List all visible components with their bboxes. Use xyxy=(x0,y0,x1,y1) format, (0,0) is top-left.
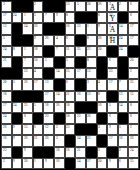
black-cell xyxy=(43,68,54,79)
black-cell xyxy=(54,23,65,34)
grid-cell[interactable]: 2 xyxy=(1,158,12,169)
cell-number: 9 xyxy=(98,24,100,27)
cell-number: 5 xyxy=(109,103,111,106)
cell-number: 5 xyxy=(45,58,47,61)
cell-number: 6 xyxy=(66,80,68,83)
black-cell xyxy=(33,113,44,124)
cell-number: 23 xyxy=(87,136,90,139)
grid-cell[interactable]: 8 xyxy=(86,57,97,68)
grid-cell[interactable]: 13 xyxy=(118,91,129,102)
cell-number: 7 xyxy=(24,58,26,61)
cell-number: 17 xyxy=(45,92,48,95)
grid-cell[interactable]: 6 xyxy=(65,79,76,90)
grid-cell[interactable]: 3 xyxy=(97,147,108,158)
cell-number: 6 xyxy=(66,36,68,39)
grid-cell[interactable]: 4 xyxy=(54,35,65,46)
grid-cell[interactable]: 16 xyxy=(118,135,129,146)
cell-number: 21 xyxy=(77,148,80,151)
grid-cell[interactable]: 23 xyxy=(86,135,97,146)
grid-cell[interactable]: 26 xyxy=(22,135,33,146)
black-cell xyxy=(12,35,23,46)
grid-cell[interactable]: 16H xyxy=(107,35,118,46)
grid-cell[interactable]: 9 xyxy=(107,124,118,135)
cell-number: 16 xyxy=(66,24,69,27)
grid-cell[interactable]: 6 xyxy=(97,12,108,23)
grid-cell[interactable]: 5 xyxy=(33,102,44,113)
cell-number: 23 xyxy=(77,114,80,117)
cell-number: 26 xyxy=(56,103,59,106)
black-cell xyxy=(97,68,108,79)
cell-number: 25 xyxy=(24,103,27,106)
grid-cell[interactable]: 7 xyxy=(118,79,129,90)
cell-number: 13 xyxy=(119,92,122,95)
grid-cell[interactable]: 17 xyxy=(43,91,54,102)
black-cell xyxy=(86,124,97,135)
grid-cell[interactable]: 24 xyxy=(118,35,129,46)
grid-cell[interactable]: 14 xyxy=(118,23,129,34)
grid-cell[interactable]: 26 xyxy=(1,124,12,135)
grid-cell[interactable]: 26 xyxy=(86,113,97,124)
cell-number: 8 xyxy=(130,114,132,117)
grid-cell[interactable]: 11 xyxy=(65,46,76,57)
black-cell xyxy=(43,1,54,12)
cell-number: 9 xyxy=(109,159,111,162)
grid-cell[interactable]: 14 xyxy=(54,91,65,102)
grid-cell[interactable]: 26 xyxy=(54,102,65,113)
cell-number: 5 xyxy=(34,13,36,16)
cell-number: 4 xyxy=(34,69,36,72)
cell-number: 1 xyxy=(24,13,26,16)
cell-number: 24 xyxy=(13,103,16,106)
grid-cell[interactable]: 21 xyxy=(75,147,86,158)
cell-number: 23 xyxy=(24,69,27,72)
grid-cell[interactable]: 6 xyxy=(118,158,129,169)
cell-number: 26 xyxy=(3,125,6,128)
cell-number: 24 xyxy=(24,24,27,27)
grid-cell[interactable]: 25 xyxy=(22,102,33,113)
grid-cell[interactable]: 23 xyxy=(75,23,86,34)
cell-number: 24 xyxy=(3,114,6,117)
cell-number: 12 xyxy=(45,125,48,128)
cell-number: 26 xyxy=(24,136,27,139)
grid-cell[interactable]: 8 xyxy=(128,102,139,113)
grid-cell[interactable]: 9 xyxy=(107,158,118,169)
black-cell xyxy=(54,1,65,12)
cell-number: 4 xyxy=(98,80,100,83)
grid-cell[interactable]: 13 xyxy=(86,68,97,79)
cell-number: 24 xyxy=(119,47,122,50)
grid-cell[interactable]: 23 xyxy=(65,124,76,135)
cell-number: 6 xyxy=(130,2,132,5)
cell-number: 14 xyxy=(77,159,80,162)
grid-cell[interactable]: 26 xyxy=(128,135,139,146)
grid-cell[interactable]: 15 xyxy=(128,91,139,102)
cell-number: 3 xyxy=(3,2,5,5)
cell-number: 16 xyxy=(98,103,101,106)
black-cell xyxy=(54,57,65,68)
black-cell xyxy=(22,91,33,102)
black-cell xyxy=(43,147,54,158)
grid-cell[interactable]: 2 xyxy=(128,124,139,135)
grid-cell[interactable]: 1 xyxy=(33,158,44,169)
cell-number: 13 xyxy=(87,92,90,95)
grid-cell[interactable]: 24Y xyxy=(107,12,118,23)
cell-number: 7 xyxy=(45,13,47,16)
grid-cell[interactable]: 5 xyxy=(75,1,86,12)
black-cell xyxy=(107,46,118,57)
black-cell xyxy=(75,57,86,68)
grid-cell[interactable]: 20 xyxy=(97,158,108,169)
black-cell xyxy=(86,102,97,113)
cell-number: 14 xyxy=(119,103,122,106)
grid-cell[interactable]: 9 xyxy=(33,35,44,46)
cell-number: 2 xyxy=(34,2,36,5)
grid-cell[interactable]: 23 xyxy=(107,68,118,79)
grid-cell[interactable]: 26 xyxy=(43,135,54,146)
grid-cell[interactable]: 18 xyxy=(65,113,76,124)
grid-cell[interactable]: 6 xyxy=(33,124,44,135)
grid-cell[interactable]: 5 xyxy=(107,102,118,113)
grid-cell[interactable]: 18 xyxy=(33,46,44,57)
grid-cell[interactable]: 1 xyxy=(22,12,33,23)
cell-number: 6 xyxy=(34,125,36,128)
cell-number: 9 xyxy=(13,125,15,128)
cell-number: 9 xyxy=(45,159,47,162)
cell-number: 20 xyxy=(24,159,27,162)
grid-cell[interactable]: 24 xyxy=(12,102,23,113)
grid-cell[interactable]: 17 xyxy=(86,158,97,169)
grid-cell[interactable]: 24 xyxy=(1,46,12,57)
grid-cell[interactable]: 24 xyxy=(22,23,33,34)
black-cell xyxy=(118,12,129,23)
grid-cell[interactable]: 9 xyxy=(97,23,108,34)
grid-cell[interactable]: 9 xyxy=(54,12,65,23)
black-cell xyxy=(75,79,86,90)
grid-cell[interactable]: 3 xyxy=(86,79,97,90)
cell-number: 5 xyxy=(66,58,68,61)
grid-cell[interactable]: 9 xyxy=(22,147,33,158)
black-cell xyxy=(22,1,33,12)
cell-number: 17 xyxy=(130,24,133,27)
grid-cell[interactable]: 2 xyxy=(33,1,44,12)
grid-cell[interactable]: 2 xyxy=(128,68,139,79)
cell-number: 21 xyxy=(3,58,6,61)
cell-number: 6 xyxy=(109,114,111,117)
grid-cell[interactable]: 6 xyxy=(107,113,118,124)
cell-number: 17 xyxy=(34,80,37,83)
grid-cell[interactable]: 5 xyxy=(43,57,54,68)
cell-letter: Y xyxy=(108,15,117,22)
cell-number: 15 xyxy=(66,69,69,72)
grid-cell[interactable]: 1 xyxy=(22,46,33,57)
grid-cell[interactable]: 23 xyxy=(75,113,86,124)
cell-number: 24 xyxy=(119,36,122,39)
grid-cell[interactable]: 24 xyxy=(1,113,12,124)
black-cell xyxy=(107,147,118,158)
grid-cell[interactable]: 17 xyxy=(107,79,118,90)
grid-cell[interactable]: 12 xyxy=(43,124,54,135)
grid-cell[interactable]: 25 xyxy=(128,79,139,90)
cell-number: 5 xyxy=(77,2,79,5)
cell-number: 11 xyxy=(66,47,69,50)
cell-number: 20 xyxy=(98,159,101,162)
grid-cell[interactable]: 16 xyxy=(75,91,86,102)
grid-cell[interactable]: 8 xyxy=(86,35,97,46)
grid-cell[interactable]: 24 xyxy=(75,135,86,146)
grid-cell[interactable]: 16 xyxy=(97,102,108,113)
cell-number: 1 xyxy=(24,47,26,50)
grid-cell[interactable]: 5 xyxy=(12,79,23,90)
grid-cell[interactable]: 17 xyxy=(75,68,86,79)
cell-number: 16 xyxy=(77,92,80,95)
grid-cell[interactable]: 5 xyxy=(1,35,12,46)
cell-number: 4 xyxy=(56,36,58,39)
grid-cell[interactable]: 26 xyxy=(97,1,108,12)
cell-number: 8 xyxy=(87,58,89,61)
grid-cell[interactable]: 3 xyxy=(1,1,12,12)
grid-cell[interactable]: 23 xyxy=(1,147,12,158)
codeword-grid: 3213520263A26172415798624Y81324261623193… xyxy=(0,0,140,170)
black-cell xyxy=(12,91,23,102)
black-cell xyxy=(75,35,86,46)
black-cell xyxy=(86,12,97,23)
cell-number: 6 xyxy=(119,159,121,162)
grid-cell[interactable]: 15 xyxy=(22,124,33,135)
grid-cell[interactable]: 9 xyxy=(12,135,23,146)
cell-number: 25 xyxy=(130,159,133,162)
cell-number: 5 xyxy=(13,80,15,83)
cell-number: 1 xyxy=(34,159,36,162)
black-cell xyxy=(12,113,23,124)
grid-cell[interactable]: 17 xyxy=(33,79,44,90)
cell-number: 13 xyxy=(45,80,48,83)
grid-cell[interactable]: 14 xyxy=(75,158,86,169)
cell-number: 17 xyxy=(3,103,6,106)
grid-cell[interactable]: 17 xyxy=(128,35,139,46)
black-cell xyxy=(118,113,129,124)
grid-cell[interactable]: 17 xyxy=(1,12,12,23)
grid-cell[interactable]: 21 xyxy=(33,135,44,146)
black-cell xyxy=(118,68,129,79)
cell-number: 7 xyxy=(119,80,121,83)
grid-cell[interactable]: 20 xyxy=(86,1,97,12)
grid-cell[interactable]: 18 xyxy=(43,102,54,113)
grid-cell[interactable]: 8 xyxy=(97,91,108,102)
cell-number: 5 xyxy=(119,125,121,128)
grid-cell[interactable]: 15 xyxy=(65,68,76,79)
cell-letter: A xyxy=(108,26,117,33)
grid-cell[interactable]: 17 xyxy=(107,135,118,146)
grid-cell[interactable]: 2 xyxy=(118,1,129,12)
cell-number: 2 xyxy=(56,125,58,128)
grid-cell[interactable]: 7 xyxy=(43,12,54,23)
grid-cell[interactable]: 3A xyxy=(107,1,118,12)
cell-number: 25 xyxy=(77,47,80,50)
cell-number: 26 xyxy=(45,36,48,39)
cell-number: 26 xyxy=(24,80,27,83)
cell-number: 16 xyxy=(119,136,122,139)
black-cell xyxy=(54,113,65,124)
cell-number: 21 xyxy=(66,92,69,95)
grid-cell[interactable]: 20 xyxy=(1,79,12,90)
black-cell xyxy=(65,135,76,146)
black-cell xyxy=(97,135,108,146)
cell-number: 18 xyxy=(66,114,69,117)
grid-cell[interactable]: 6 xyxy=(128,1,139,12)
cell-number: 24 xyxy=(3,47,6,50)
cell-number: 25 xyxy=(130,80,133,83)
grid-cell[interactable]: 2 xyxy=(54,135,65,146)
grid-cell[interactable]: 23 xyxy=(86,46,97,57)
grid-cell[interactable]: 2 xyxy=(54,124,65,135)
grid-cell[interactable]: 25 xyxy=(128,158,139,169)
grid-cell[interactable]: 13 xyxy=(65,1,76,12)
cell-number: 17 xyxy=(109,136,112,139)
grid-cell[interactable]: 14 xyxy=(54,68,65,79)
grid-cell[interactable]: 20 xyxy=(22,158,33,169)
grid-cell[interactable]: 16 xyxy=(65,147,76,158)
cell-number: 8 xyxy=(13,47,15,50)
grid-cell[interactable]: 20 xyxy=(128,57,139,68)
grid-cell[interactable]: 20 xyxy=(97,46,108,57)
grid-cell[interactable]: 6 xyxy=(65,35,76,46)
grid-cell[interactable]: 4 xyxy=(33,68,44,79)
grid-cell[interactable]: 21 xyxy=(1,57,12,68)
black-cell xyxy=(12,68,23,79)
grid-cell[interactable]: 17 xyxy=(1,102,12,113)
cell-number: 16 xyxy=(66,148,69,151)
cell-number: 2 xyxy=(56,136,58,139)
grid-cell[interactable]: 26 xyxy=(22,79,33,90)
grid-cell[interactable]: 7 xyxy=(22,57,33,68)
cell-number: 3 xyxy=(87,80,89,83)
cell-number: 14 xyxy=(56,69,59,72)
cell-number: 8 xyxy=(130,103,132,106)
grid-cell[interactable]: 16 xyxy=(65,23,76,34)
black-cell xyxy=(12,147,23,158)
grid-cell[interactable]: 9 xyxy=(12,158,23,169)
grid-cell[interactable]: 21 xyxy=(65,91,76,102)
cell-number: 5 xyxy=(34,103,36,106)
grid-cell[interactable]: 26 xyxy=(43,35,54,46)
cell-number: 18 xyxy=(34,47,37,50)
grid-cell[interactable]: 13 xyxy=(43,79,54,90)
cell-number: 8 xyxy=(98,92,100,95)
grid-cell[interactable]: 6 xyxy=(107,57,118,68)
grid-cell[interactable]: 10 xyxy=(33,57,44,68)
cell-number: 2 xyxy=(130,69,132,72)
grid-cell[interactable]: 18 xyxy=(1,91,12,102)
grid-cell[interactable]: 26 xyxy=(33,23,44,34)
grid-cell[interactable]: 9 xyxy=(43,158,54,169)
black-cell xyxy=(107,91,118,102)
cell-number: 7 xyxy=(56,47,58,50)
cell-number: 8 xyxy=(87,36,89,39)
grid-cell[interactable]: 8 xyxy=(12,46,23,57)
grid-cell[interactable]: 9 xyxy=(12,124,23,135)
cell-number: 16 xyxy=(3,136,6,139)
grid-cell[interactable]: 8 xyxy=(22,113,33,124)
black-cell xyxy=(43,46,54,57)
cell-number: 23 xyxy=(77,24,80,27)
black-cell xyxy=(1,68,12,79)
cell-number: 3 xyxy=(98,125,100,128)
grid-cell[interactable]: 3 xyxy=(97,124,108,135)
cell-number: 9 xyxy=(24,148,26,151)
grid-cell[interactable]: 18 xyxy=(54,147,65,158)
grid-cell[interactable]: 14 xyxy=(118,102,129,113)
cell-number: 14 xyxy=(119,24,122,27)
cell-number: 9 xyxy=(34,36,36,39)
grid-cell[interactable]: 24 xyxy=(128,147,139,158)
grid-cell[interactable]: 7 xyxy=(54,46,65,57)
cell-number: 18 xyxy=(66,103,69,106)
grid-cell[interactable]: 5 xyxy=(65,57,76,68)
cell-number: 18 xyxy=(56,148,59,151)
cell-number: 23 xyxy=(66,125,69,128)
black-cell xyxy=(65,158,76,169)
grid-cell[interactable]: 8 xyxy=(65,12,76,23)
cell-number: 10 xyxy=(34,58,37,61)
black-cell xyxy=(12,57,23,68)
grid-cell[interactable]: 16 xyxy=(54,158,65,169)
grid-cell[interactable]: 8 xyxy=(128,113,139,124)
black-cell xyxy=(97,113,108,124)
grid-cell[interactable]: 16 xyxy=(1,135,12,146)
cell-number: 3 xyxy=(98,148,100,151)
grid-cell[interactable]: 3A xyxy=(107,23,118,34)
cell-number: 20 xyxy=(87,2,90,5)
cell-number: 20 xyxy=(98,47,101,50)
cell-number: 8 xyxy=(24,114,26,117)
grid-cell[interactable]: 2 xyxy=(118,147,129,158)
cell-number: 9 xyxy=(13,159,15,162)
grid-cell[interactable]: 17 xyxy=(128,23,139,34)
cell-number: 15 xyxy=(130,92,133,95)
cell-number: 17 xyxy=(130,36,133,39)
grid-cell[interactable]: 23 xyxy=(22,68,33,79)
grid-cell[interactable]: 1 xyxy=(86,23,97,34)
grid-cell[interactable]: 5 xyxy=(118,124,129,135)
grid-cell[interactable]: 5 xyxy=(33,12,44,23)
cell-number: 8 xyxy=(66,13,68,16)
cell-number: 24 xyxy=(130,148,133,151)
grid-cell[interactable]: 4 xyxy=(97,79,108,90)
cell-number: 6 xyxy=(98,13,100,16)
cell-number: 6 xyxy=(109,58,111,61)
grid-cell[interactable]: 25 xyxy=(75,46,86,57)
black-cell xyxy=(118,57,129,68)
cell-number: 18 xyxy=(45,103,48,106)
grid-cell[interactable]: 23 xyxy=(43,113,54,124)
grid-cell[interactable]: 24 xyxy=(12,12,23,23)
cell-number: 2 xyxy=(3,159,5,162)
grid-cell[interactable]: 13 xyxy=(1,23,12,34)
grid-cell[interactable]: 24 xyxy=(118,46,129,57)
grid-cell[interactable]: 13 xyxy=(86,91,97,102)
grid-cell[interactable]: 8 xyxy=(128,12,139,23)
black-cell xyxy=(12,23,23,34)
black-cell xyxy=(33,91,44,102)
black-cell xyxy=(86,147,97,158)
grid-cell[interactable]: 18 xyxy=(65,102,76,113)
cell-number: 13 xyxy=(87,69,90,72)
black-cell xyxy=(128,46,139,57)
cell-number: 16 xyxy=(56,159,59,162)
cell-number: 2 xyxy=(119,148,121,151)
grid-cell[interactable]: 26 xyxy=(97,35,108,46)
cell-number: 26 xyxy=(98,2,101,5)
